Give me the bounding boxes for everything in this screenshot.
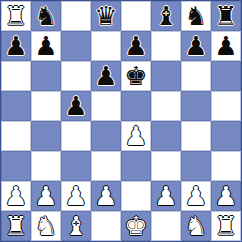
white-rook[interactable]: ♜ [214, 211, 237, 241]
square-h1[interactable]: ♜ [211, 211, 241, 241]
white-knight[interactable]: ♞ [184, 211, 207, 241]
square-g1[interactable]: ♞ [181, 211, 211, 241]
square-g6[interactable] [181, 61, 211, 91]
square-f1[interactable] [151, 211, 181, 241]
square-b7[interactable]: ♟ [31, 31, 61, 61]
square-f5[interactable] [151, 91, 181, 121]
black-knight[interactable]: ♞ [34, 1, 57, 31]
square-a4[interactable] [1, 121, 31, 151]
black-king[interactable]: ♚ [124, 61, 147, 91]
square-b4[interactable] [31, 121, 61, 151]
square-a3[interactable] [1, 151, 31, 181]
white-pawn[interactable]: ♟ [214, 181, 237, 211]
square-g3[interactable] [181, 151, 211, 181]
square-e8[interactable] [121, 1, 151, 31]
square-h3[interactable] [211, 151, 241, 181]
square-b5[interactable] [31, 91, 61, 121]
square-b1[interactable]: ♞ [31, 211, 61, 241]
square-d7[interactable] [91, 31, 121, 61]
square-c3[interactable] [61, 151, 91, 181]
square-c4[interactable] [61, 121, 91, 151]
square-c8[interactable] [61, 1, 91, 31]
square-b8[interactable]: ♞ [31, 1, 61, 31]
white-pawn[interactable]: ♟ [184, 181, 207, 211]
square-f4[interactable] [151, 121, 181, 151]
square-g8[interactable]: ♞ [181, 1, 211, 31]
white-rook[interactable]: ♜ [4, 211, 27, 241]
square-d8[interactable]: ♛ [91, 1, 121, 31]
square-g7[interactable]: ♟ [181, 31, 211, 61]
white-pawn[interactable]: ♟ [154, 181, 177, 211]
white-rook[interactable]: ♜ [4, 1, 27, 31]
black-pawn[interactable]: ♟ [34, 31, 57, 61]
square-c7[interactable] [61, 31, 91, 61]
square-a8[interactable]: ♜ [1, 1, 31, 31]
square-e5[interactable] [121, 91, 151, 121]
white-pawn[interactable]: ♟ [64, 181, 87, 211]
square-e3[interactable] [121, 151, 151, 181]
square-h8[interactable]: ♜ [211, 1, 241, 31]
square-a7[interactable]: ♟ [1, 31, 31, 61]
chess-board: ♜♞♛♝♞♜♟♟♟♟♟♟♚♟♟♟♟♟♟♟♟♟♜♞♝♚♞♜ [0, 0, 242, 242]
square-d1[interactable] [91, 211, 121, 241]
square-c5[interactable]: ♟ [61, 91, 91, 121]
square-b6[interactable] [31, 61, 61, 91]
square-c1[interactable]: ♝ [61, 211, 91, 241]
square-c2[interactable]: ♟ [61, 181, 91, 211]
white-king[interactable]: ♚ [124, 211, 147, 241]
square-h7[interactable]: ♟ [211, 31, 241, 61]
square-g2[interactable]: ♟ [181, 181, 211, 211]
square-f6[interactable] [151, 61, 181, 91]
black-pawn[interactable]: ♟ [124, 31, 147, 61]
black-knight[interactable]: ♞ [184, 1, 207, 31]
white-pawn[interactable]: ♟ [94, 181, 117, 211]
white-knight[interactable]: ♞ [34, 211, 57, 241]
white-pawn[interactable]: ♟ [124, 121, 147, 151]
white-pawn[interactable]: ♟ [4, 181, 27, 211]
square-h2[interactable]: ♟ [211, 181, 241, 211]
square-f7[interactable] [151, 31, 181, 61]
square-e7[interactable]: ♟ [121, 31, 151, 61]
square-d5[interactable] [91, 91, 121, 121]
square-h6[interactable] [211, 61, 241, 91]
square-a1[interactable]: ♜ [1, 211, 31, 241]
square-b3[interactable] [31, 151, 61, 181]
black-rook[interactable]: ♜ [214, 1, 237, 31]
square-e6[interactable]: ♚ [121, 61, 151, 91]
white-bishop[interactable]: ♝ [64, 211, 87, 241]
black-pawn[interactable]: ♟ [214, 31, 237, 61]
square-f8[interactable]: ♝ [151, 1, 181, 31]
black-pawn[interactable]: ♟ [64, 91, 87, 121]
square-e1[interactable]: ♚ [121, 211, 151, 241]
square-d2[interactable]: ♟ [91, 181, 121, 211]
square-h5[interactable] [211, 91, 241, 121]
square-a6[interactable] [1, 61, 31, 91]
black-pawn[interactable]: ♟ [94, 61, 117, 91]
square-f2[interactable]: ♟ [151, 181, 181, 211]
square-d4[interactable] [91, 121, 121, 151]
square-h4[interactable] [211, 121, 241, 151]
square-b2[interactable]: ♟ [31, 181, 61, 211]
white-pawn[interactable]: ♟ [34, 181, 57, 211]
black-pawn[interactable]: ♟ [4, 31, 27, 61]
square-a5[interactable] [1, 91, 31, 121]
square-g5[interactable] [181, 91, 211, 121]
square-a2[interactable]: ♟ [1, 181, 31, 211]
black-bishop[interactable]: ♝ [154, 1, 177, 31]
black-pawn[interactable]: ♟ [184, 31, 207, 61]
square-f3[interactable] [151, 151, 181, 181]
square-d6[interactable]: ♟ [91, 61, 121, 91]
black-queen[interactable]: ♛ [94, 1, 117, 31]
square-c6[interactable] [61, 61, 91, 91]
square-g4[interactable] [181, 121, 211, 151]
square-e2[interactable] [121, 181, 151, 211]
square-d3[interactable] [91, 151, 121, 181]
square-e4[interactable]: ♟ [121, 121, 151, 151]
